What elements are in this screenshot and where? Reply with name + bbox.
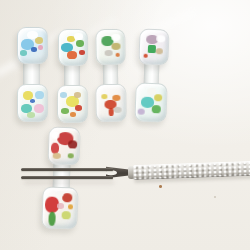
glass-confetti-speck bbox=[38, 45, 43, 50]
glass-confetti-speck bbox=[101, 94, 107, 99]
glass-confetti-speck bbox=[30, 99, 35, 103]
glass-confetti-speck bbox=[61, 108, 69, 114]
glass-confetti-speck bbox=[112, 34, 121, 41]
glass-confetti-speck bbox=[138, 109, 145, 115]
glass-confetti-speck bbox=[52, 131, 60, 138]
glass-rest-bulb-top bbox=[47, 127, 80, 166]
glass-confetti-speck bbox=[27, 31, 38, 39]
glass-rest-bulb-top bbox=[138, 29, 169, 66]
glass-confetti-speck bbox=[62, 193, 72, 202]
glass-confetti-speck bbox=[35, 91, 44, 99]
glass-confetti-speck bbox=[116, 53, 120, 57]
glass-rest-bulb-bottom bbox=[17, 84, 48, 122]
glass-rest-bulb-top bbox=[95, 29, 126, 66]
glass-confetti-speck bbox=[31, 47, 37, 52]
glass-rest-1 bbox=[16, 27, 47, 120]
glass-confetti-speck bbox=[62, 211, 71, 219]
glass-confetti-speck bbox=[156, 36, 165, 43]
glass-confetti-speck bbox=[68, 204, 73, 209]
fork-hammered-handle bbox=[133, 160, 250, 179]
glass-rest-2 bbox=[57, 29, 87, 121]
glass-confetti-speck bbox=[74, 92, 81, 98]
glass-confetti-speck bbox=[79, 50, 85, 55]
glass-confetti-speck bbox=[156, 48, 163, 54]
glass-rest-bulb-top bbox=[58, 29, 88, 66]
glass-confetti-speck bbox=[75, 105, 82, 111]
glass-confetti-speck bbox=[76, 40, 84, 47]
glass-confetti-speck bbox=[23, 91, 33, 100]
glass-rest-bulb-bottom bbox=[134, 82, 167, 122]
glass-confetti-speck bbox=[113, 107, 121, 113]
glass-confetti-speck bbox=[112, 43, 121, 50]
glass-rest-bulb-bottom bbox=[57, 85, 88, 123]
glass-rest-bulb-bottom bbox=[41, 186, 78, 229]
glass-confetti-speck bbox=[68, 153, 74, 158]
glass-confetti-speck bbox=[27, 112, 35, 118]
glass-confetti-speck bbox=[112, 95, 120, 101]
glass-confetti-speck bbox=[34, 104, 44, 113]
glass-confetti-speck bbox=[70, 112, 76, 117]
glass-confetti-speck bbox=[20, 50, 27, 56]
glass-rest-bulb-bottom bbox=[95, 84, 127, 123]
glass-rest-3 bbox=[94, 29, 126, 121]
glass-confetti-speck bbox=[68, 140, 77, 148]
glass-confetti-speck bbox=[53, 153, 61, 159]
glass-rest-4 bbox=[134, 28, 168, 120]
fork-prong bbox=[21, 176, 113, 179]
surface-crumb bbox=[214, 196, 216, 198]
glass-confetti-speck bbox=[57, 203, 64, 209]
glass-confetti-speck bbox=[48, 212, 55, 226]
photo-canvas bbox=[0, 0, 250, 250]
glass-confetti-speck bbox=[152, 105, 161, 113]
glass-confetti-speck bbox=[144, 54, 148, 58]
glass-confetti-speck bbox=[74, 33, 83, 40]
fork-prong bbox=[21, 168, 113, 171]
glass-confetti-speck bbox=[67, 51, 77, 59]
glass-confetti-speck bbox=[104, 50, 112, 56]
surface-crumb bbox=[159, 185, 162, 188]
glass-confetti-speck bbox=[108, 108, 113, 116]
glass-rest-bulb-top bbox=[17, 27, 48, 64]
glass-confetti-speck bbox=[154, 94, 162, 101]
fork-shadow bbox=[24, 181, 114, 184]
